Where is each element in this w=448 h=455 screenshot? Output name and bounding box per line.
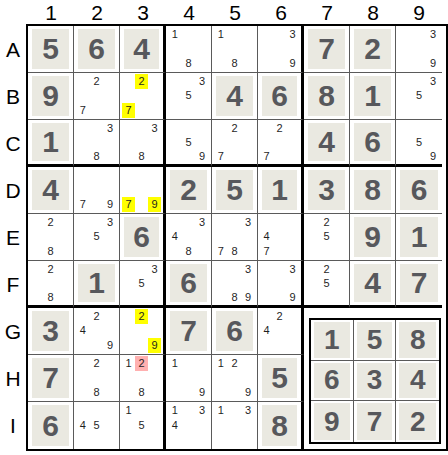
- cell-A5[interactable]: 18: [212, 26, 258, 73]
- candidate-9: 9: [286, 56, 299, 71]
- candidate-4: 4: [260, 230, 273, 245]
- candidates: 59: [168, 121, 209, 163]
- row-label-G: G: [0, 308, 26, 355]
- given-patch: 1: [262, 170, 297, 210]
- candidate-1: 1: [214, 27, 228, 42]
- given-patch: 5: [262, 358, 297, 398]
- candidate-7: 7: [214, 244, 228, 259]
- candidates: 79: [122, 168, 161, 212]
- digit: 5: [367, 326, 383, 354]
- given-patch: 6: [262, 76, 297, 116]
- candidate-2: 2: [90, 309, 104, 324]
- cell-F9[interactable]: 7: [396, 261, 442, 308]
- candidate-9: 9: [241, 290, 255, 304]
- offset-box-grid: 158634972: [311, 320, 439, 442]
- digit: 5: [271, 363, 288, 393]
- cell-H8[interactable]: 3: [354, 361, 397, 402]
- digit: 2: [410, 408, 426, 436]
- digit: 6: [364, 127, 381, 157]
- candidate-4: 4: [168, 230, 182, 245]
- col-label-9: 9: [396, 0, 442, 24]
- given-patch: 5: [32, 29, 69, 69]
- digit: 3: [318, 175, 335, 205]
- cell-E9[interactable]: 1: [396, 214, 442, 261]
- cell-G2[interactable]: 249: [74, 308, 120, 355]
- given-patch: 4: [354, 264, 391, 302]
- cell-I2[interactable]: 45: [74, 402, 120, 449]
- cell-F6[interactable]: 39: [258, 261, 304, 308]
- cell-A1[interactable]: 5: [28, 26, 74, 73]
- given-patch: 9: [32, 76, 69, 116]
- given-patch: 1: [354, 76, 391, 116]
- cell-F1[interactable]: 28: [28, 261, 74, 308]
- digit: 1: [324, 326, 340, 354]
- digit: 3: [42, 316, 59, 346]
- candidates: 15: [122, 403, 161, 448]
- candidate-5: 5: [412, 135, 426, 149]
- cell-D3[interactable]: 79: [120, 167, 166, 214]
- digit: 6: [88, 34, 105, 64]
- cell-A6[interactable]: 39: [258, 26, 304, 73]
- cell-H7[interactable]: 6: [311, 361, 354, 402]
- given-patch: 2: [354, 29, 391, 69]
- candidate-8: 8: [228, 56, 242, 71]
- given-patch: 6: [354, 123, 391, 161]
- cell-A3[interactable]: 4: [120, 26, 166, 73]
- digit: 4: [318, 127, 335, 157]
- cell-A7[interactable]: 7: [304, 26, 350, 73]
- cell-E2[interactable]: 35: [74, 214, 120, 261]
- candidate-5: 5: [90, 230, 104, 245]
- cell-E3[interactable]: 6: [120, 214, 166, 261]
- given-patch: 3: [32, 311, 69, 351]
- candidate-3: 3: [426, 27, 440, 42]
- digit: 4: [410, 366, 426, 394]
- candidates: 18: [214, 27, 255, 71]
- given-patch: 7: [170, 311, 207, 351]
- cell-C4[interactable]: 59: [166, 120, 212, 167]
- cell-H9[interactable]: 4: [396, 361, 439, 402]
- cell-H2[interactable]: 28: [74, 355, 120, 402]
- given-patch: 9: [354, 217, 391, 257]
- candidates: 35: [168, 74, 209, 118]
- candidate-2: 2: [44, 215, 58, 230]
- given-patch: 7: [357, 403, 393, 440]
- cell-G7[interactable]: 1: [311, 320, 354, 361]
- cell-F7[interactable]: 25: [304, 261, 350, 308]
- candidate-1: 1: [168, 403, 182, 418]
- candidates: 28: [76, 356, 117, 400]
- candidate-9: 9: [103, 197, 117, 212]
- candidates: 79: [76, 168, 117, 212]
- candidates: 249: [76, 309, 117, 353]
- cell-B4[interactable]: 35: [166, 73, 212, 120]
- digit: 4: [364, 268, 381, 298]
- candidate-9: 9: [148, 197, 161, 212]
- digit: 9: [324, 408, 340, 436]
- candidate-3: 3: [195, 74, 209, 89]
- candidate-5: 5: [182, 135, 196, 149]
- candidate-9: 9: [103, 338, 117, 353]
- cell-D7[interactable]: 3: [304, 167, 350, 214]
- candidate-5: 5: [412, 89, 426, 104]
- given-patch: 8: [308, 76, 345, 116]
- candidate-7: 7: [76, 197, 90, 212]
- candidate-8: 8: [182, 244, 196, 259]
- digit: 6: [180, 268, 197, 298]
- cell-C8[interactable]: 6: [350, 120, 396, 167]
- digit: 4: [133, 34, 150, 64]
- cell-G6[interactable]: 24: [258, 308, 304, 355]
- given-patch: 8: [354, 170, 391, 210]
- candidates: 24: [260, 309, 299, 353]
- digit: 6: [324, 366, 340, 394]
- candidates: 25: [306, 262, 347, 304]
- given-patch: 4: [124, 29, 159, 69]
- board-frame: 5641818397239927273546813513838592727465…: [26, 24, 448, 451]
- candidates: 47: [260, 215, 299, 259]
- col-label-6: 6: [258, 0, 304, 24]
- cell-C5[interactable]: 27: [212, 120, 258, 167]
- candidate-7: 7: [122, 197, 135, 212]
- row-label-B: B: [0, 73, 26, 120]
- digit: 8: [410, 326, 426, 354]
- candidate-2: 2: [273, 309, 286, 324]
- candidate-5: 5: [320, 276, 334, 290]
- candidate-4: 4: [260, 324, 273, 339]
- cell-C3[interactable]: 38: [120, 120, 166, 167]
- candidate-8: 8: [90, 385, 104, 400]
- digit: 5: [226, 175, 243, 205]
- digit: 6: [411, 175, 428, 205]
- cell-C6[interactable]: 27: [258, 120, 304, 167]
- candidate-9: 9: [148, 338, 161, 353]
- candidate-9: 9: [426, 149, 440, 163]
- cell-A9[interactable]: 39: [396, 26, 442, 73]
- candidates: 348: [168, 215, 209, 259]
- candidate-1: 1: [122, 356, 135, 371]
- row-label-H: H: [0, 355, 26, 402]
- given-patch: 6: [400, 170, 438, 210]
- given-patch: 1: [400, 217, 438, 257]
- cell-C2[interactable]: 38: [74, 120, 120, 167]
- col-label-8: 8: [350, 0, 396, 24]
- candidate-9: 9: [286, 290, 299, 304]
- given-patch: 6: [124, 217, 159, 257]
- col-label-7: 7: [304, 0, 350, 24]
- cell-D6[interactable]: 1: [258, 167, 304, 214]
- candidate-2: 2: [90, 74, 104, 89]
- candidates: 389: [214, 262, 255, 304]
- given-patch: 1: [78, 264, 115, 302]
- given-patch: 6: [32, 405, 69, 446]
- candidate-1: 1: [214, 356, 228, 371]
- digit: 3: [367, 366, 383, 394]
- candidate-2: 2: [320, 215, 334, 230]
- cell-B7[interactable]: 8: [304, 73, 350, 120]
- candidate-8: 8: [228, 290, 242, 304]
- digit: 5: [42, 34, 59, 64]
- candidates: 18: [168, 27, 209, 71]
- candidates: 35: [122, 262, 161, 304]
- cell-G4[interactable]: 7: [166, 308, 212, 355]
- cell-I8[interactable]: 7: [354, 401, 397, 442]
- digit: 7: [180, 316, 197, 346]
- candidate-5: 5: [320, 230, 334, 245]
- cell-E4[interactable]: 348: [166, 214, 212, 261]
- candidate-3: 3: [103, 121, 117, 135]
- cell-D4[interactable]: 2: [166, 167, 212, 214]
- cell-I7[interactable]: 9: [311, 401, 354, 442]
- given-patch: 7: [308, 29, 345, 69]
- given-patch: 6: [78, 29, 115, 69]
- candidates: 28: [30, 262, 71, 304]
- cell-H5[interactable]: 129: [212, 355, 258, 402]
- candidates: 39: [260, 27, 299, 71]
- cell-H4[interactable]: 19: [166, 355, 212, 402]
- candidate-3: 3: [286, 262, 299, 276]
- candidate-5: 5: [135, 276, 148, 290]
- given-patch: 2: [170, 170, 207, 210]
- cell-B3[interactable]: 27: [120, 73, 166, 120]
- given-patch: 6: [216, 311, 253, 351]
- candidate-9: 9: [426, 56, 440, 71]
- candidates: 27: [76, 74, 117, 118]
- candidate-5: 5: [182, 89, 196, 104]
- cell-G8[interactable]: 5: [354, 320, 397, 361]
- column-labels: 123456789: [28, 0, 442, 24]
- cell-F5[interactable]: 389: [212, 261, 258, 308]
- digit: 6: [226, 316, 243, 346]
- digit: 1: [271, 175, 288, 205]
- cell-G5[interactable]: 6: [212, 308, 258, 355]
- candidate-3: 3: [103, 215, 117, 230]
- row-label-E: E: [0, 214, 26, 261]
- candidate-1: 1: [168, 356, 182, 371]
- given-patch: 4: [216, 76, 253, 116]
- candidates: 38: [122, 121, 161, 163]
- cell-B8[interactable]: 1: [350, 73, 396, 120]
- digit: 6: [42, 411, 59, 441]
- digit: 4: [42, 175, 59, 205]
- candidate-3: 3: [241, 215, 255, 230]
- candidate-2: 2: [273, 121, 286, 135]
- cell-E5[interactable]: 378: [212, 214, 258, 261]
- digit: 7: [367, 408, 383, 436]
- digit: 7: [411, 268, 428, 298]
- given-patch: 9: [314, 403, 350, 440]
- given-patch: 4: [399, 363, 436, 399]
- candidate-2: 2: [135, 74, 148, 89]
- candidate-4: 4: [76, 418, 90, 433]
- cell-D9[interactable]: 6: [396, 167, 442, 214]
- candidate-9: 9: [241, 385, 255, 400]
- given-patch: 6: [314, 363, 350, 399]
- candidate-2: 2: [228, 121, 242, 135]
- cell-E8[interactable]: 9: [350, 214, 396, 261]
- candidate-7: 7: [76, 103, 90, 118]
- digit: 1: [42, 127, 59, 157]
- candidate-2: 2: [320, 262, 334, 276]
- candidate-5: 5: [90, 418, 104, 433]
- cell-G1[interactable]: 3: [28, 308, 74, 355]
- given-patch: 3: [308, 170, 345, 210]
- candidates: 45: [76, 403, 117, 448]
- offset-bottom-right-box: 158634972: [309, 318, 441, 444]
- candidate-8: 8: [90, 149, 104, 163]
- cell-D1[interactable]: 4: [28, 167, 74, 214]
- cell-C9[interactable]: 59: [396, 120, 442, 167]
- candidate-8: 8: [44, 290, 58, 304]
- digit: 8: [271, 411, 288, 441]
- given-patch: 7: [400, 264, 438, 302]
- cell-I5[interactable]: 13: [212, 402, 258, 449]
- candidate-7: 7: [260, 149, 273, 163]
- cell-A2[interactable]: 6: [74, 26, 120, 73]
- cell-F4[interactable]: 6: [166, 261, 212, 308]
- candidate-8: 8: [182, 56, 196, 71]
- cell-B1[interactable]: 9: [28, 73, 74, 120]
- digit: 1: [364, 81, 381, 111]
- candidate-5: 5: [135, 418, 148, 433]
- col-label-2: 2: [74, 0, 120, 24]
- cell-H6[interactable]: 5: [258, 355, 304, 402]
- cell-G9[interactable]: 8: [396, 320, 439, 361]
- cell-A4[interactable]: 18: [166, 26, 212, 73]
- candidate-3: 3: [148, 121, 161, 135]
- given-patch: 3: [357, 363, 393, 399]
- cell-I3[interactable]: 15: [120, 402, 166, 449]
- row-label-C: C: [0, 120, 26, 167]
- candidates: 39: [398, 27, 440, 71]
- given-patch: 5: [357, 322, 393, 358]
- given-patch: 5: [216, 170, 253, 210]
- given-patch: 4: [308, 123, 345, 161]
- cell-C1[interactable]: 1: [28, 120, 74, 167]
- candidate-3: 3: [241, 403, 255, 418]
- given-patch: 8: [399, 322, 436, 358]
- candidates: 19: [168, 356, 209, 400]
- cell-E1[interactable]: 28: [28, 214, 74, 261]
- candidate-8: 8: [135, 385, 148, 400]
- given-patch: 8: [262, 405, 297, 446]
- digit: 9: [364, 222, 381, 252]
- digit: 7: [318, 34, 335, 64]
- digit: 1: [411, 222, 428, 252]
- row-label-D: D: [0, 167, 26, 214]
- digit: 6: [271, 81, 288, 111]
- candidates: 13: [214, 403, 255, 448]
- cell-F2[interactable]: 1: [74, 261, 120, 308]
- digit: 9: [42, 81, 59, 111]
- cell-H3[interactable]: 128: [120, 355, 166, 402]
- candidate-8: 8: [44, 244, 58, 259]
- candidates: 25: [306, 215, 347, 259]
- digit: 2: [180, 175, 197, 205]
- candidates: 129: [214, 356, 255, 400]
- cell-A8[interactable]: 2: [350, 26, 396, 73]
- candidate-3: 3: [148, 262, 161, 276]
- candidates: 27: [214, 121, 255, 163]
- given-patch: 4: [32, 170, 69, 210]
- digit: 1: [88, 268, 105, 298]
- cell-G3[interactable]: 29: [120, 308, 166, 355]
- candidate-1: 1: [214, 403, 228, 418]
- candidate-2: 2: [228, 356, 242, 371]
- candidate-7: 7: [122, 103, 135, 118]
- digit: 4: [226, 81, 243, 111]
- cell-I6[interactable]: 8: [258, 402, 304, 449]
- col-label-4: 4: [166, 0, 212, 24]
- candidates: 35: [398, 74, 440, 118]
- cell-H1[interactable]: 7: [28, 355, 74, 402]
- row-label-F: F: [0, 261, 26, 308]
- col-label-1: 1: [28, 0, 74, 24]
- candidates: 134: [168, 403, 209, 448]
- candidate-4: 4: [168, 418, 182, 433]
- candidates: 35: [76, 215, 117, 259]
- candidate-9: 9: [195, 385, 209, 400]
- cell-C7[interactable]: 4: [304, 120, 350, 167]
- cell-I4[interactable]: 134: [166, 402, 212, 449]
- candidate-8: 8: [135, 149, 148, 163]
- candidate-3: 3: [286, 27, 299, 42]
- digit: 8: [364, 175, 381, 205]
- given-patch: 2: [399, 403, 436, 440]
- candidate-2: 2: [135, 356, 148, 371]
- cell-D2[interactable]: 79: [74, 167, 120, 214]
- candidate-4: 4: [76, 324, 90, 339]
- cell-I9[interactable]: 2: [396, 401, 439, 442]
- candidate-9: 9: [195, 149, 209, 163]
- candidates: 38: [76, 121, 117, 163]
- candidate-3: 3: [241, 262, 255, 276]
- given-patch: 1: [32, 123, 69, 161]
- candidate-1: 1: [168, 27, 182, 42]
- candidate-2: 2: [135, 309, 148, 324]
- candidates: 128: [122, 356, 161, 400]
- digit: 6: [133, 222, 150, 252]
- candidate-7: 7: [214, 149, 228, 163]
- candidates: 29: [122, 309, 161, 353]
- candidates: 59: [398, 121, 440, 163]
- cell-I1[interactable]: 6: [28, 402, 74, 449]
- candidate-2: 2: [90, 356, 104, 371]
- cell-F3[interactable]: 35: [120, 261, 166, 308]
- candidate-7: 7: [260, 244, 273, 259]
- candidates: 378: [214, 215, 255, 259]
- given-patch: 6: [170, 264, 207, 302]
- candidates: 28: [30, 215, 71, 259]
- col-label-5: 5: [212, 0, 258, 24]
- candidate-3: 3: [195, 215, 209, 230]
- cell-E7[interactable]: 25: [304, 214, 350, 261]
- candidate-8: 8: [228, 244, 242, 259]
- cell-F8[interactable]: 4: [350, 261, 396, 308]
- candidate-2: 2: [44, 262, 58, 276]
- cell-B5[interactable]: 4: [212, 73, 258, 120]
- cell-D5[interactable]: 5: [212, 167, 258, 214]
- cell-B2[interactable]: 27: [74, 73, 120, 120]
- cell-B9[interactable]: 35: [396, 73, 442, 120]
- cell-E6[interactable]: 47: [258, 214, 304, 261]
- digit: 7: [42, 363, 59, 393]
- cell-B6[interactable]: 6: [258, 73, 304, 120]
- candidates: 27: [122, 74, 161, 118]
- candidate-1: 1: [122, 403, 135, 418]
- row-label-A: A: [0, 26, 26, 73]
- cell-D8[interactable]: 8: [350, 167, 396, 214]
